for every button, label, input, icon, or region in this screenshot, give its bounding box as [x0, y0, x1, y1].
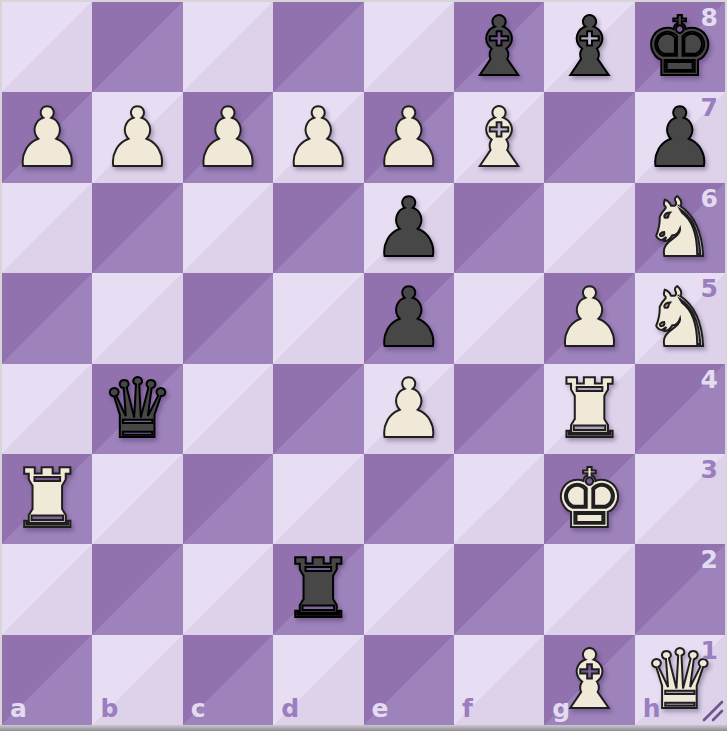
square-e5[interactable]: ♟ [364, 273, 454, 363]
square-a1[interactable]: a [2, 635, 92, 725]
square-h3[interactable]: 3 [635, 454, 725, 544]
piece-black-bishop[interactable]: ♝ [454, 2, 544, 92]
square-d6[interactable] [273, 183, 363, 273]
square-e6[interactable]: ♟ [364, 183, 454, 273]
square-b2[interactable] [92, 544, 182, 634]
square-d3[interactable] [273, 454, 363, 544]
piece-white-pawn[interactable]: ♟ [183, 92, 273, 182]
piece-black-pawn[interactable]: ♟ [364, 183, 454, 273]
square-f5[interactable] [454, 273, 544, 363]
piece-black-king[interactable]: ♚ [635, 2, 725, 92]
square-a5[interactable] [2, 273, 92, 363]
chess-board-frame: ♝♝♚8♟♟♟♟♟♝♟7♟♞6♟♟♞5♛♟♜4♜♚3♜2abcdef♝g♛h1 [0, 0, 727, 731]
file-label-a: a [10, 696, 27, 721]
square-g5[interactable]: ♟ [544, 273, 634, 363]
square-d8[interactable] [273, 2, 363, 92]
file-label-f: f [462, 696, 473, 721]
square-g8[interactable]: ♝ [544, 2, 634, 92]
rank-label-4: 4 [701, 367, 718, 392]
piece-white-pawn[interactable]: ♟ [544, 273, 634, 363]
square-f1[interactable]: f [454, 635, 544, 725]
piece-white-king[interactable]: ♚ [544, 454, 634, 544]
board-resize-handle[interactable] [698, 696, 724, 722]
square-c4[interactable] [183, 364, 273, 454]
piece-black-rook[interactable]: ♜ [273, 544, 363, 634]
square-f8[interactable]: ♝ [454, 2, 544, 92]
square-c3[interactable] [183, 454, 273, 544]
square-g6[interactable] [544, 183, 634, 273]
square-d4[interactable] [273, 364, 363, 454]
square-h7[interactable]: ♟7 [635, 92, 725, 182]
square-e4[interactable]: ♟ [364, 364, 454, 454]
file-label-c: c [191, 696, 206, 721]
piece-black-pawn[interactable]: ♟ [635, 92, 725, 182]
piece-white-pawn[interactable]: ♟ [2, 92, 92, 182]
square-h5[interactable]: ♞5 [635, 273, 725, 363]
resize-slashes-icon [698, 696, 724, 722]
square-c5[interactable] [183, 273, 273, 363]
square-g3[interactable]: ♚ [544, 454, 634, 544]
square-b5[interactable] [92, 273, 182, 363]
piece-white-pawn[interactable]: ♟ [273, 92, 363, 182]
square-f3[interactable] [454, 454, 544, 544]
square-e8[interactable] [364, 2, 454, 92]
piece-black-bishop[interactable]: ♝ [544, 2, 634, 92]
rank-label-2: 2 [701, 547, 718, 572]
square-b1[interactable]: b [92, 635, 182, 725]
square-a3[interactable]: ♜ [2, 454, 92, 544]
square-d2[interactable]: ♜ [273, 544, 363, 634]
square-d5[interactable] [273, 273, 363, 363]
rank-label-3: 3 [701, 457, 718, 482]
square-g1[interactable]: ♝g [544, 635, 634, 725]
square-h4[interactable]: 4 [635, 364, 725, 454]
file-label-b: b [100, 696, 118, 721]
piece-white-bishop[interactable]: ♝ [454, 92, 544, 182]
square-b8[interactable] [92, 2, 182, 92]
board-bottom-edge [0, 725, 727, 731]
piece-black-pawn[interactable]: ♟ [364, 273, 454, 363]
square-e3[interactable] [364, 454, 454, 544]
square-g2[interactable] [544, 544, 634, 634]
square-h8[interactable]: ♚8 [635, 2, 725, 92]
square-a7[interactable]: ♟ [2, 92, 92, 182]
square-d7[interactable]: ♟ [273, 92, 363, 182]
piece-white-rook[interactable]: ♜ [2, 454, 92, 544]
square-d1[interactable]: d [273, 635, 363, 725]
square-b6[interactable] [92, 183, 182, 273]
piece-white-pawn[interactable]: ♟ [92, 92, 182, 182]
square-f7[interactable]: ♝ [454, 92, 544, 182]
square-h2[interactable]: 2 [635, 544, 725, 634]
square-e7[interactable]: ♟ [364, 92, 454, 182]
square-b7[interactable]: ♟ [92, 92, 182, 182]
square-e1[interactable]: e [364, 635, 454, 725]
square-c8[interactable] [183, 2, 273, 92]
square-a6[interactable] [2, 183, 92, 273]
square-g4[interactable]: ♜ [544, 364, 634, 454]
square-c2[interactable] [183, 544, 273, 634]
square-c1[interactable]: c [183, 635, 273, 725]
piece-white-knight[interactable]: ♞ [635, 273, 725, 363]
square-b3[interactable] [92, 454, 182, 544]
square-f4[interactable] [454, 364, 544, 454]
file-label-e: e [372, 696, 389, 721]
square-c6[interactable] [183, 183, 273, 273]
piece-white-bishop[interactable]: ♝ [544, 635, 634, 725]
square-b4[interactable]: ♛ [92, 364, 182, 454]
square-f2[interactable] [454, 544, 544, 634]
square-f6[interactable] [454, 183, 544, 273]
square-a2[interactable] [2, 544, 92, 634]
square-a8[interactable] [2, 2, 92, 92]
piece-white-rook[interactable]: ♜ [544, 364, 634, 454]
chess-board: ♝♝♚8♟♟♟♟♟♝♟7♟♞6♟♟♞5♛♟♜4♜♚3♜2abcdef♝g♛h1 [2, 2, 725, 725]
piece-white-pawn[interactable]: ♟ [364, 92, 454, 182]
file-label-d: d [281, 696, 299, 721]
square-e2[interactable] [364, 544, 454, 634]
piece-white-knight[interactable]: ♞ [635, 183, 725, 273]
piece-white-pawn[interactable]: ♟ [364, 364, 454, 454]
square-h6[interactable]: ♞6 [635, 183, 725, 273]
square-a4[interactable] [2, 364, 92, 454]
square-g7[interactable] [544, 92, 634, 182]
piece-black-queen[interactable]: ♛ [92, 364, 182, 454]
square-c7[interactable]: ♟ [183, 92, 273, 182]
